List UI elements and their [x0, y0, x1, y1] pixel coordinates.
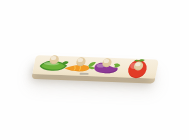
puzzle-board-wrap: [32, 55, 159, 79]
wooden-knob: [132, 61, 144, 71]
eggplant-calyx: [113, 63, 120, 67]
puzzle-piece-tomato: [125, 58, 150, 80]
wooden-knob: [101, 58, 113, 68]
brand-stamp: [79, 72, 88, 74]
puzzle-piece-eggplant: [90, 60, 122, 76]
wooden-knob: [48, 54, 60, 64]
wooden-knob: [75, 56, 87, 66]
product-photo: [0, 0, 189, 140]
